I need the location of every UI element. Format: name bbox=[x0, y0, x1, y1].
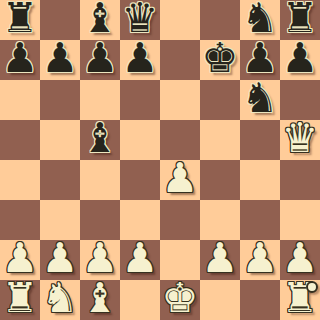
black-queen-icon[interactable]: ♛ bbox=[122, 0, 159, 38]
square-f5[interactable] bbox=[200, 120, 240, 160]
square-c4[interactable] bbox=[80, 160, 120, 200]
black-pawn-icon[interactable]: ♟ bbox=[2, 38, 39, 78]
square-f6[interactable] bbox=[200, 80, 240, 120]
square-f2[interactable]: ♟ bbox=[200, 240, 240, 280]
black-knight-icon[interactable]: ♞ bbox=[242, 0, 279, 38]
white-pawn-icon[interactable]: ♟ bbox=[282, 238, 319, 278]
black-knight-icon[interactable]: ♞ bbox=[242, 78, 279, 118]
square-e7[interactable] bbox=[160, 40, 200, 80]
square-a5[interactable] bbox=[0, 120, 40, 160]
square-a6[interactable] bbox=[0, 80, 40, 120]
square-d2[interactable]: ♟ bbox=[120, 240, 160, 280]
white-queen-icon[interactable]: ♛ bbox=[282, 118, 319, 158]
square-g4[interactable] bbox=[240, 160, 280, 200]
square-e4[interactable]: ♟ bbox=[160, 160, 200, 200]
square-b6[interactable] bbox=[40, 80, 80, 120]
square-f7[interactable]: ♚ bbox=[200, 40, 240, 80]
square-d6[interactable] bbox=[120, 80, 160, 120]
cursor-marker-icon bbox=[306, 281, 318, 293]
white-bishop-icon[interactable]: ♝ bbox=[82, 278, 119, 318]
square-b7[interactable]: ♟ bbox=[40, 40, 80, 80]
square-d4[interactable] bbox=[120, 160, 160, 200]
white-king-icon[interactable]: ♚ bbox=[162, 278, 199, 318]
square-a1[interactable]: ♜ bbox=[0, 280, 40, 320]
white-pawn-icon[interactable]: ♟ bbox=[202, 238, 239, 278]
square-g5[interactable] bbox=[240, 120, 280, 160]
square-c5[interactable]: ♝ bbox=[80, 120, 120, 160]
white-pawn-icon[interactable]: ♟ bbox=[42, 238, 79, 278]
white-pawn-icon[interactable]: ♟ bbox=[242, 238, 279, 278]
square-e3[interactable] bbox=[160, 200, 200, 240]
square-c1[interactable]: ♝ bbox=[80, 280, 120, 320]
square-b4[interactable] bbox=[40, 160, 80, 200]
square-d5[interactable] bbox=[120, 120, 160, 160]
square-g2[interactable]: ♟ bbox=[240, 240, 280, 280]
black-king-icon[interactable]: ♚ bbox=[202, 38, 239, 78]
square-h5[interactable]: ♛ bbox=[280, 120, 320, 160]
black-pawn-icon[interactable]: ♟ bbox=[242, 38, 279, 78]
square-f1[interactable] bbox=[200, 280, 240, 320]
white-pawn-icon[interactable]: ♟ bbox=[122, 238, 159, 278]
white-pawn-icon[interactable]: ♟ bbox=[162, 158, 199, 198]
square-g1[interactable] bbox=[240, 280, 280, 320]
square-b1[interactable]: ♞ bbox=[40, 280, 80, 320]
white-knight-icon[interactable]: ♞ bbox=[42, 278, 79, 318]
white-pawn-icon[interactable]: ♟ bbox=[2, 238, 39, 278]
square-h1[interactable]: ♜ bbox=[280, 280, 320, 320]
black-pawn-icon[interactable]: ♟ bbox=[82, 38, 119, 78]
square-e1[interactable]: ♚ bbox=[160, 280, 200, 320]
square-b5[interactable] bbox=[40, 120, 80, 160]
square-a4[interactable] bbox=[0, 160, 40, 200]
square-g6[interactable]: ♞ bbox=[240, 80, 280, 120]
black-bishop-icon[interactable]: ♝ bbox=[82, 118, 119, 158]
white-rook-icon[interactable]: ♜ bbox=[2, 278, 39, 318]
square-e8[interactable] bbox=[160, 0, 200, 40]
black-rook-icon[interactable]: ♜ bbox=[2, 0, 39, 38]
square-h7[interactable]: ♟ bbox=[280, 40, 320, 80]
square-d1[interactable] bbox=[120, 280, 160, 320]
square-e6[interactable] bbox=[160, 80, 200, 120]
square-h4[interactable] bbox=[280, 160, 320, 200]
square-d7[interactable]: ♟ bbox=[120, 40, 160, 80]
chess-board: ♜♝♛♞♜♟♟♟♟♚♟♟♞♝♛♟♟♟♟♟♟♟♟♜♞♝♚♜ bbox=[0, 0, 320, 320]
black-rook-icon[interactable]: ♜ bbox=[282, 0, 319, 38]
black-bishop-icon[interactable]: ♝ bbox=[82, 0, 119, 38]
square-c7[interactable]: ♟ bbox=[80, 40, 120, 80]
square-a7[interactable]: ♟ bbox=[0, 40, 40, 80]
black-pawn-icon[interactable]: ♟ bbox=[122, 38, 159, 78]
square-f4[interactable] bbox=[200, 160, 240, 200]
white-pawn-icon[interactable]: ♟ bbox=[82, 238, 119, 278]
black-pawn-icon[interactable]: ♟ bbox=[282, 38, 319, 78]
black-pawn-icon[interactable]: ♟ bbox=[42, 38, 79, 78]
